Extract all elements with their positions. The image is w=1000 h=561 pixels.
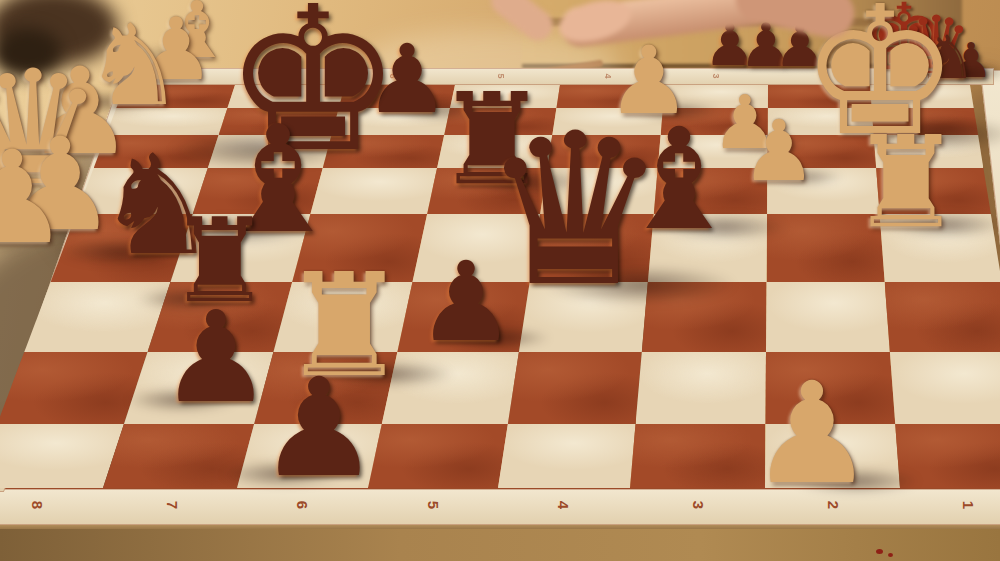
white-pawn-a2[interactable]: ♟: [749, 364, 875, 504]
chess-photo-scene: 8765432187654321ABCDEFGHABCDEFGH ♞♜♟♝♚♟♜…: [0, 0, 1000, 561]
square-b8[interactable]: [0, 352, 148, 424]
black-pawn-c5[interactable]: ♟: [417, 247, 516, 357]
black-pawn-a6[interactable]: ♟: [258, 360, 380, 496]
square-b3[interactable]: [636, 352, 766, 424]
square-a3[interactable]: [630, 424, 765, 488]
square-a1[interactable]: [895, 424, 1000, 488]
square-a5[interactable]: [368, 424, 508, 488]
white-rook-e1[interactable]: ♜: [850, 120, 963, 246]
square-a4[interactable]: [498, 424, 636, 488]
square-b1[interactable]: [890, 352, 1000, 424]
square-a7[interactable]: [103, 424, 254, 488]
square-a8[interactable]: [0, 424, 124, 488]
white-pawn-f2[interactable]: ♟: [741, 109, 816, 193]
black-pawn-b7[interactable]: ♟: [160, 295, 273, 421]
square-b4[interactable]: [508, 352, 642, 424]
table-front-strip: [0, 529, 1000, 561]
square-c1[interactable]: [885, 282, 1000, 352]
captured-white-pawn[interactable]: ♟: [0, 134, 69, 262]
square-c2[interactable]: [766, 282, 890, 352]
